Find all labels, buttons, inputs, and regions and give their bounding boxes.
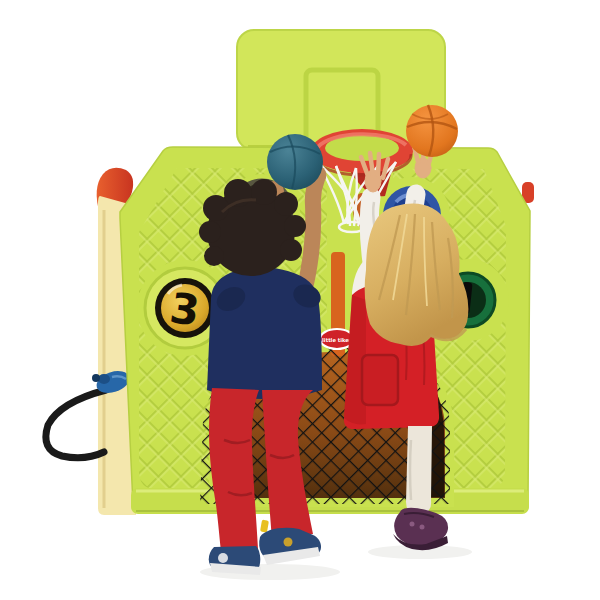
- girl-tights-shading: [410, 440, 411, 500]
- boy-left-pant-leg: [209, 388, 259, 550]
- scene-illustration: 3 little tikes: [0, 0, 600, 600]
- product-photo: 3 little tikes: [0, 0, 600, 600]
- boy-left-shoe: [209, 546, 261, 575]
- girl-shoe: [393, 508, 448, 550]
- orange-basketball: [406, 105, 458, 157]
- girl-dress-pocket: [362, 355, 398, 405]
- teal-ball: [267, 134, 323, 190]
- pump-hose: [46, 390, 106, 458]
- brand-logo-text: little tikes: [322, 337, 352, 343]
